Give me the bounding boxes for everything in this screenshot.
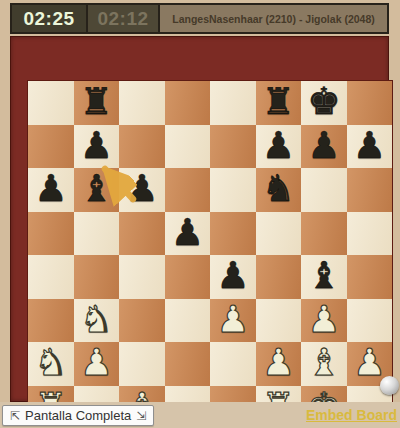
square-e8[interactable] bbox=[210, 81, 256, 125]
footer-bar: ⇱ Pantalla Completa ⇲ Embed Board bbox=[0, 402, 400, 428]
square-c4[interactable] bbox=[119, 255, 165, 299]
fullscreen-button[interactable]: ⇱ Pantalla Completa ⇲ bbox=[2, 405, 154, 426]
corner-ball-decoration bbox=[380, 376, 399, 395]
fullscreen-button-label: Pantalla Completa bbox=[25, 408, 131, 423]
black-king-g8[interactable]: ♚ bbox=[307, 83, 340, 120]
embed-board-link[interactable]: Embed Board bbox=[306, 407, 397, 423]
square-a3[interactable] bbox=[28, 299, 74, 343]
square-b2[interactable]: ♟ bbox=[74, 342, 120, 386]
square-f3[interactable] bbox=[256, 299, 302, 343]
square-g6[interactable] bbox=[301, 168, 347, 212]
square-f4[interactable] bbox=[256, 255, 302, 299]
square-h5[interactable] bbox=[347, 212, 393, 256]
square-d5[interactable]: ♟ bbox=[165, 212, 211, 256]
square-h7[interactable]: ♟ bbox=[347, 125, 393, 169]
square-g2[interactable]: ♝ bbox=[301, 342, 347, 386]
square-c6[interactable]: ♟ bbox=[119, 168, 165, 212]
square-e2[interactable] bbox=[210, 342, 256, 386]
square-b3[interactable]: ♞ bbox=[74, 299, 120, 343]
square-a4[interactable] bbox=[28, 255, 74, 299]
square-h3[interactable] bbox=[347, 299, 393, 343]
black-rook-b8[interactable]: ♜ bbox=[80, 83, 113, 120]
square-a6[interactable]: ♟ bbox=[28, 168, 74, 212]
white-clock: 02:25 bbox=[12, 5, 88, 32]
clock-bar: 02:25 02:12 LangesNasenhaar (2210) - Jig… bbox=[10, 3, 389, 34]
square-e4[interactable]: ♟ bbox=[210, 255, 256, 299]
square-b6[interactable]: ♝ bbox=[74, 168, 120, 212]
square-c3[interactable] bbox=[119, 299, 165, 343]
fullscreen-nw-arrow-icon: ⇱ bbox=[10, 410, 20, 422]
white-bishop-g2[interactable]: ♝ bbox=[307, 344, 340, 381]
black-pawn-e4[interactable]: ♟ bbox=[216, 257, 249, 294]
square-a7[interactable] bbox=[28, 125, 74, 169]
white-knight-a2[interactable]: ♞ bbox=[34, 344, 67, 381]
white-pawn-f2[interactable]: ♟ bbox=[262, 344, 295, 381]
players-label: LangesNasenhaar (2210) - Jigolak (2048) bbox=[160, 5, 387, 32]
black-bishop-g4[interactable]: ♝ bbox=[307, 257, 340, 294]
square-h6[interactable] bbox=[347, 168, 393, 212]
square-c8[interactable] bbox=[119, 81, 165, 125]
square-d4[interactable] bbox=[165, 255, 211, 299]
square-d6[interactable] bbox=[165, 168, 211, 212]
square-f2[interactable]: ♟ bbox=[256, 342, 302, 386]
black-pawn-g7[interactable]: ♟ bbox=[307, 127, 340, 164]
white-pawn-g3[interactable]: ♟ bbox=[307, 301, 340, 338]
square-b4[interactable] bbox=[74, 255, 120, 299]
square-f7[interactable]: ♟ bbox=[256, 125, 302, 169]
black-bishop-b6[interactable]: ♝ bbox=[80, 170, 113, 207]
square-h8[interactable] bbox=[347, 81, 393, 125]
square-f8[interactable]: ♜ bbox=[256, 81, 302, 125]
white-pawn-e3[interactable]: ♟ bbox=[216, 301, 249, 338]
square-h4[interactable] bbox=[347, 255, 393, 299]
fullscreen-se-arrow-icon: ⇲ bbox=[136, 410, 146, 422]
black-knight-f6[interactable]: ♞ bbox=[262, 170, 295, 207]
chess-board[interactable]: ♜♜♚♟♟♟♟♟♝♟♞♟♟♝♞♟♟♞♟♟♝♟♜♝♜♚ bbox=[28, 81, 392, 428]
black-rook-f8[interactable]: ♜ bbox=[262, 83, 295, 120]
square-a8[interactable] bbox=[28, 81, 74, 125]
square-g8[interactable]: ♚ bbox=[301, 81, 347, 125]
square-b7[interactable]: ♟ bbox=[74, 125, 120, 169]
black-clock: 02:12 bbox=[88, 5, 160, 32]
square-f5[interactable] bbox=[256, 212, 302, 256]
square-d7[interactable] bbox=[165, 125, 211, 169]
square-c5[interactable] bbox=[119, 212, 165, 256]
square-a5[interactable] bbox=[28, 212, 74, 256]
square-g5[interactable] bbox=[301, 212, 347, 256]
square-b5[interactable] bbox=[74, 212, 120, 256]
square-g4[interactable]: ♝ bbox=[301, 255, 347, 299]
square-d8[interactable] bbox=[165, 81, 211, 125]
square-d3[interactable] bbox=[165, 299, 211, 343]
square-a2[interactable]: ♞ bbox=[28, 342, 74, 386]
black-pawn-d5[interactable]: ♟ bbox=[171, 214, 204, 251]
square-e7[interactable] bbox=[210, 125, 256, 169]
black-pawn-h7[interactable]: ♟ bbox=[353, 127, 386, 164]
square-e6[interactable] bbox=[210, 168, 256, 212]
square-e5[interactable] bbox=[210, 212, 256, 256]
white-pawn-h2[interactable]: ♟ bbox=[353, 344, 386, 381]
square-b8[interactable]: ♜ bbox=[74, 81, 120, 125]
square-g7[interactable]: ♟ bbox=[301, 125, 347, 169]
white-pawn-b2[interactable]: ♟ bbox=[80, 344, 113, 381]
square-c2[interactable] bbox=[119, 342, 165, 386]
square-e3[interactable]: ♟ bbox=[210, 299, 256, 343]
black-pawn-b7[interactable]: ♟ bbox=[80, 127, 113, 164]
black-pawn-f7[interactable]: ♟ bbox=[262, 127, 295, 164]
square-d2[interactable] bbox=[165, 342, 211, 386]
black-pawn-a6[interactable]: ♟ bbox=[34, 170, 67, 207]
black-pawn-c6[interactable]: ♟ bbox=[125, 170, 158, 207]
square-c7[interactable] bbox=[119, 125, 165, 169]
white-knight-b3[interactable]: ♞ bbox=[80, 301, 113, 338]
square-f6[interactable]: ♞ bbox=[256, 168, 302, 212]
board-frame: ♜♜♚♟♟♟♟♟♝♟♞♟♟♝♞♟♟♞♟♟♝♟♜♝♜♚ bbox=[10, 36, 389, 402]
square-g3[interactable]: ♟ bbox=[301, 299, 347, 343]
page: 02:25 02:12 LangesNasenhaar (2210) - Jig… bbox=[0, 0, 400, 428]
